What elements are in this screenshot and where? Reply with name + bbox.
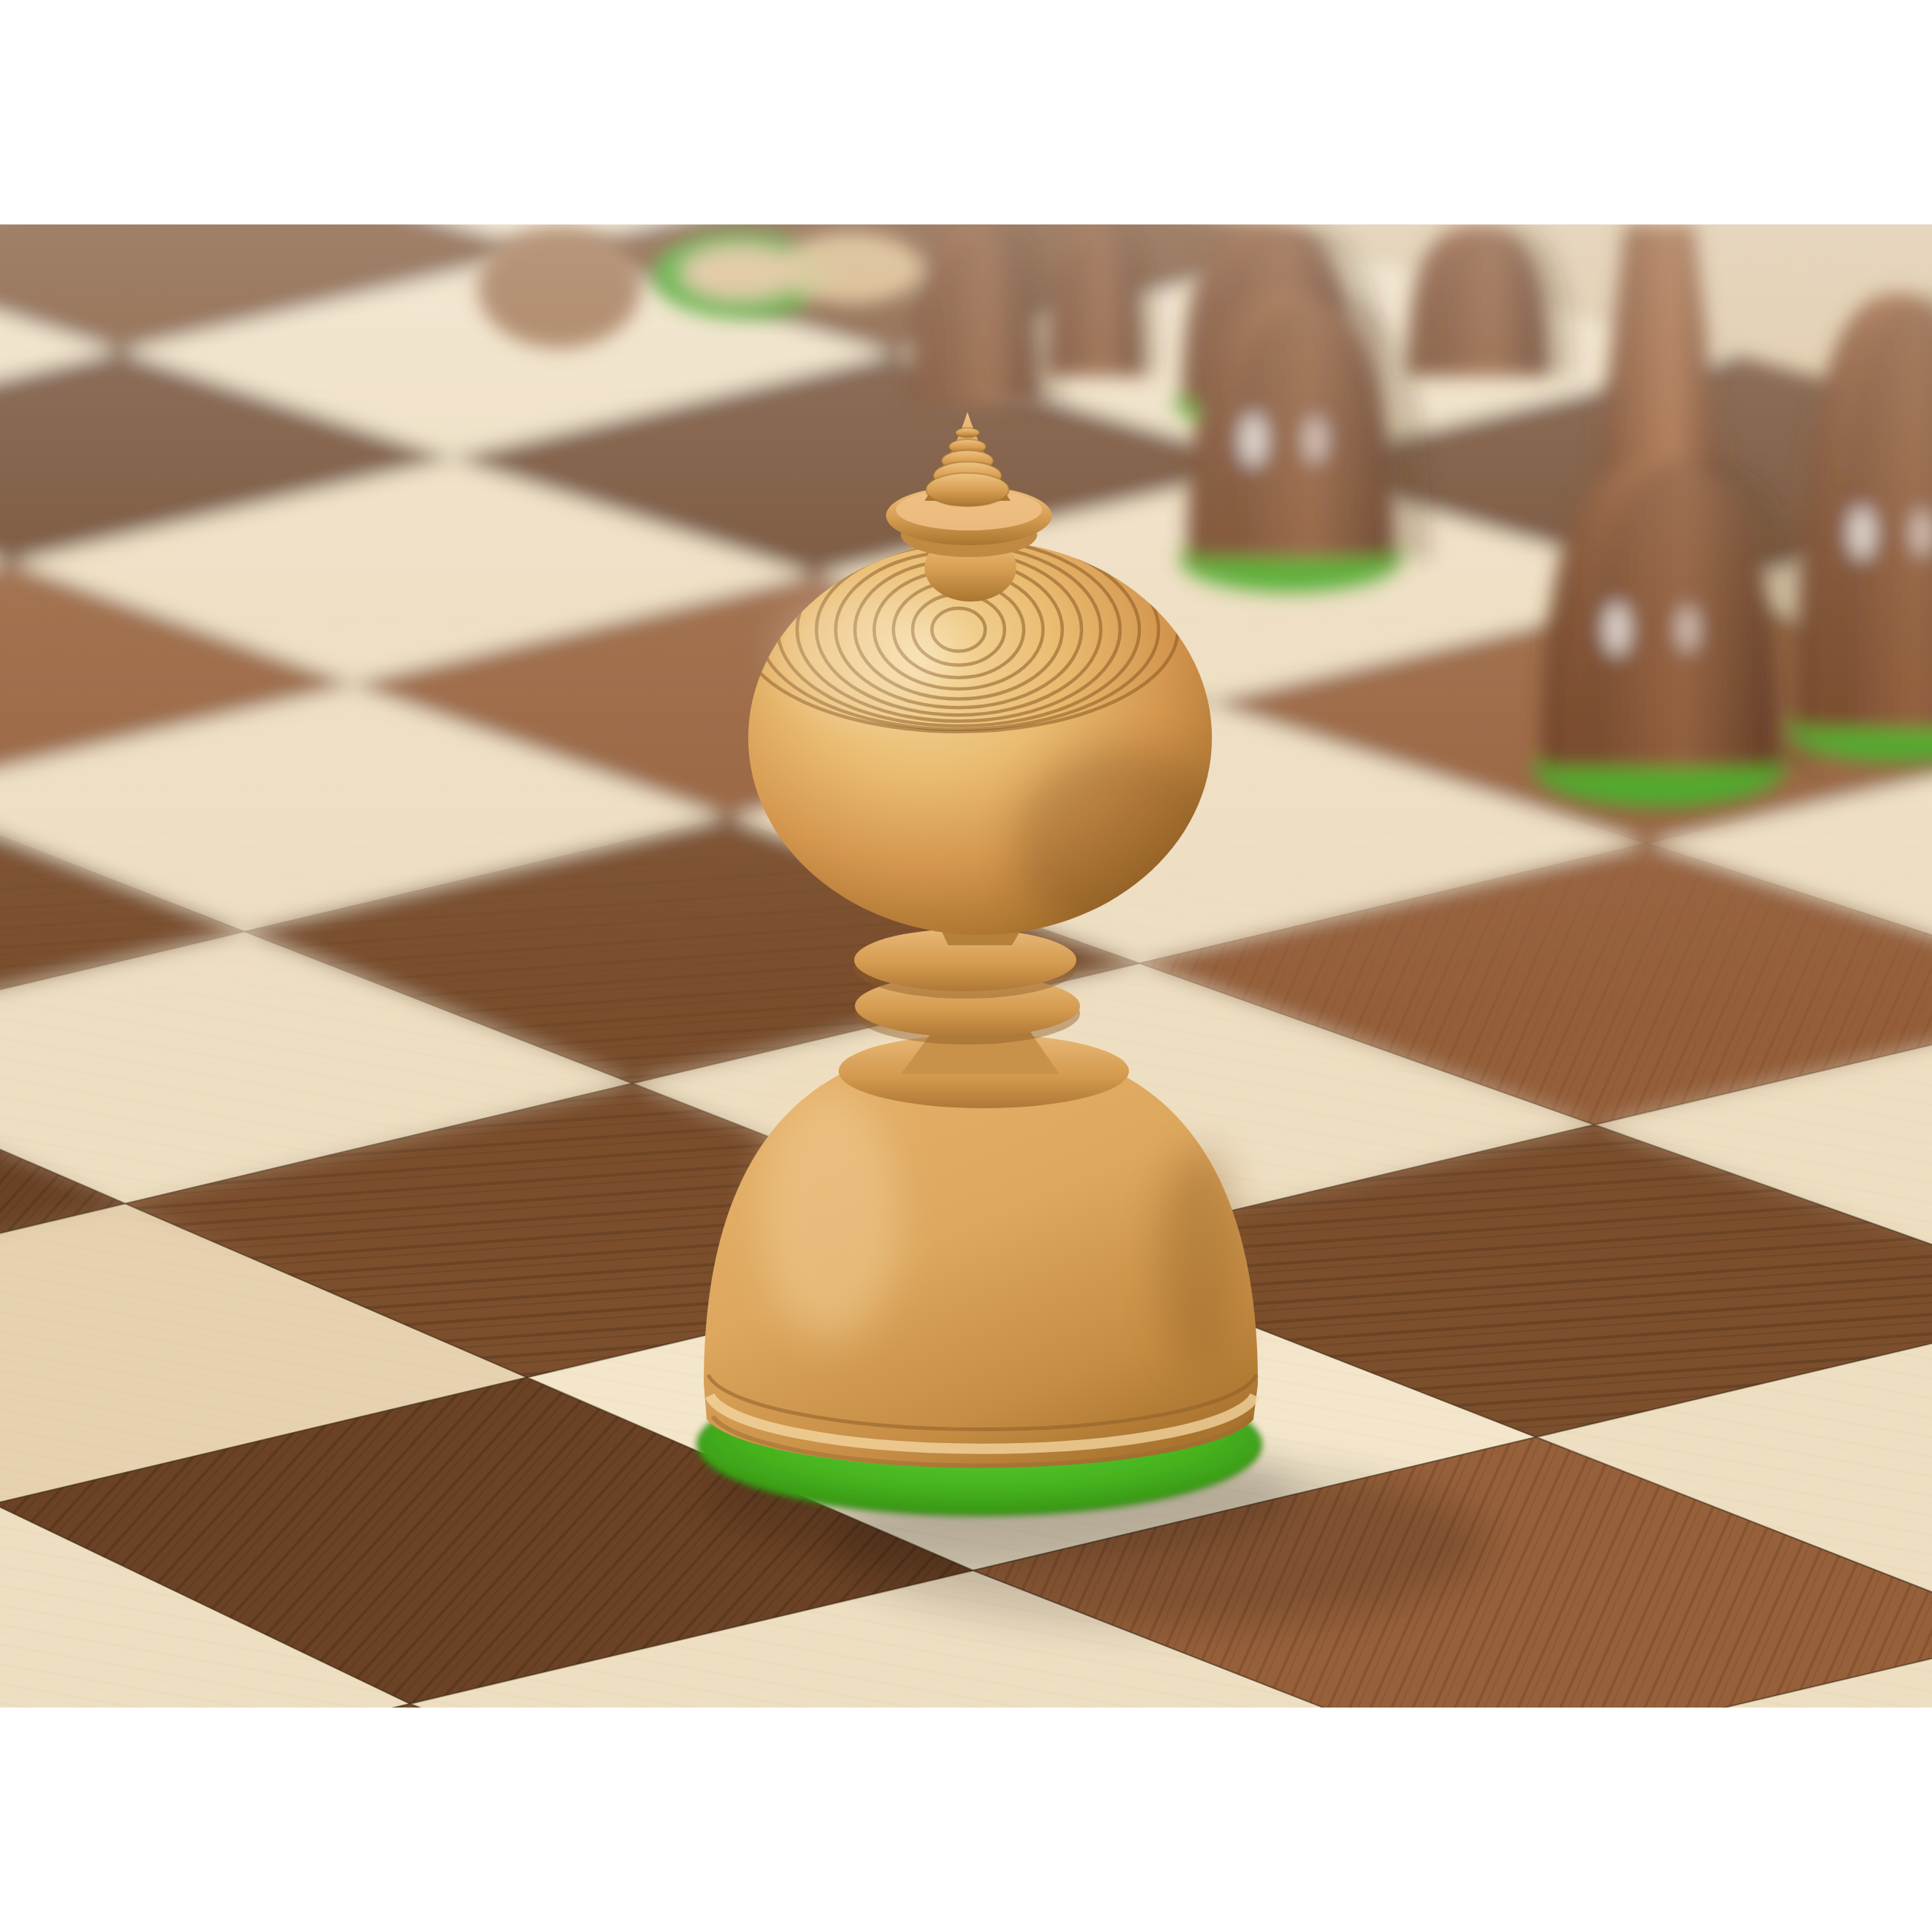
white-band-top: [0, 0, 1932, 224]
base-sheen-left: [759, 1089, 900, 1341]
chess-product-photo: Close-up photograph of a turned golden-b…: [0, 0, 1932, 1932]
chessboard-scene: [0, 0, 1932, 1932]
finial-ridge: [956, 428, 979, 438]
white-band-bottom: [0, 1708, 1932, 1932]
photo-area: [0, 0, 1932, 1932]
base-shade-right: [1159, 1148, 1241, 1370]
sphere-highlight: [774, 591, 952, 713]
finial-ridge: [926, 473, 1009, 507]
